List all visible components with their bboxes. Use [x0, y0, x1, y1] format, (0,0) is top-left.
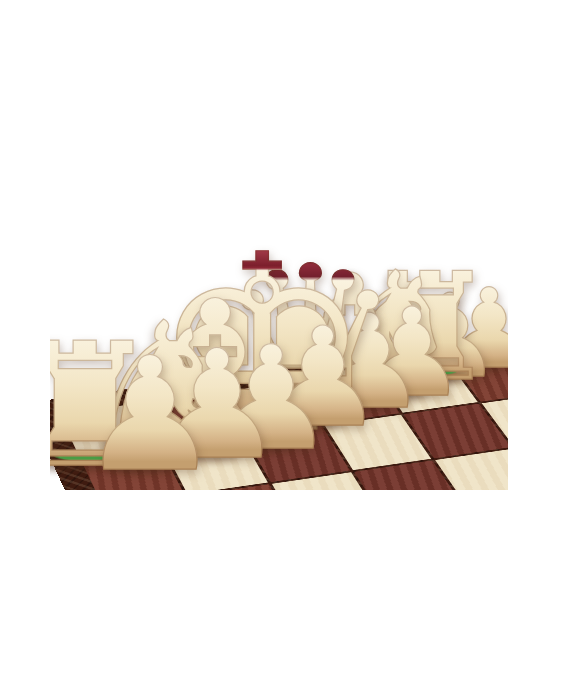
piece-white-pawn-h2: ♟ — [72, 336, 229, 490]
photo-canvas: ♜♞♝♚♛♝♞♜♟♟♟♟♟♟♟♟ — [0, 0, 564, 683]
pieces-layer: ♜♞♝♚♛♝♞♜♟♟♟♟♟♟♟♟ — [50, 226, 508, 490]
white-pawn-glyph: ♟ — [72, 336, 229, 490]
chess-set-photo: ♜♞♝♚♛♝♞♜♟♟♟♟♟♟♟♟ — [50, 226, 508, 490]
